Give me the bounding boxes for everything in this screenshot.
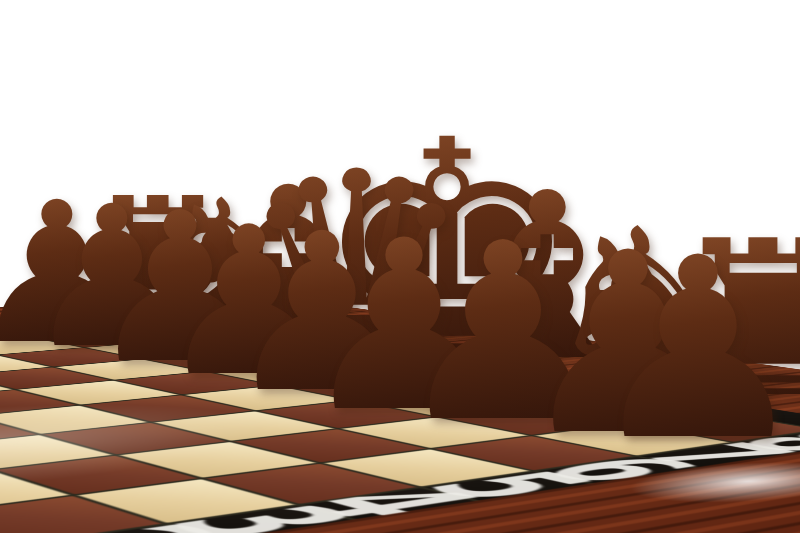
pieces-layer: ♜♞♝♛♚♝♞♜♟♟♟♟♟♟♟♟♟ (0, 0, 800, 533)
piece-pawn-h7: ♟ (573, 225, 800, 475)
chess-photo-scene: 87654321 ♜♞♝♛♚♝♞♜♟♟♟♟♟♟♟♟♟ (0, 0, 800, 533)
